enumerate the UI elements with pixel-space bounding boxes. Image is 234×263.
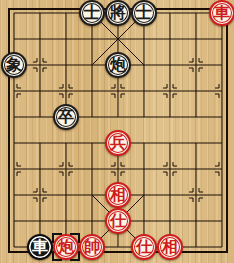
piece-red-soldier-e5[interactable]: 兵	[105, 130, 131, 156]
piece-black-chariot-b1[interactable]: 車	[27, 234, 53, 260]
piece-red-elephant-g1[interactable]: 相	[157, 234, 183, 260]
piece-red-chariot-i10[interactable]: 車	[209, 0, 234, 26]
piece-black-advisor-d10[interactable]: 士	[79, 0, 105, 26]
piece-black-advisor-f10[interactable]: 士	[131, 0, 157, 26]
xiangqi-board[interactable]: 士將士車象炮卒兵相仕車炮帥仕相	[0, 0, 234, 263]
piece-red-general-d1[interactable]: 帥	[79, 234, 105, 260]
piece-black-cannon-e8[interactable]: 炮	[105, 52, 131, 78]
piece-black-soldier-c6[interactable]: 卒	[53, 104, 79, 130]
piece-red-elephant-e3[interactable]: 相	[105, 182, 131, 208]
pieces-layer: 士將士車象炮卒兵相仕車炮帥仕相	[1, 0, 234, 260]
piece-red-advisor-f1[interactable]: 仕	[131, 234, 157, 260]
piece-red-cannon-c1[interactable]: 炮	[53, 234, 79, 260]
piece-red-advisor-e2[interactable]: 仕	[105, 208, 131, 234]
piece-black-general-e10[interactable]: 將	[105, 0, 131, 26]
piece-black-elephant-a8[interactable]: 象	[1, 52, 27, 78]
